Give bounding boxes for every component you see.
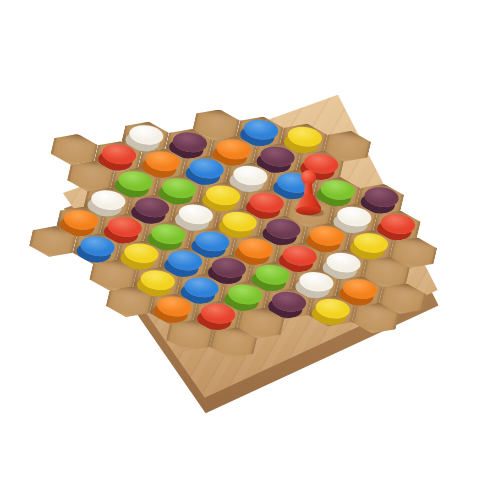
pawn-head xyxy=(301,170,316,185)
red-disc[interactable] xyxy=(378,211,416,236)
board-perspective-wrapper xyxy=(0,44,500,461)
purple-disc[interactable] xyxy=(362,185,400,210)
white-disc[interactable] xyxy=(127,122,165,147)
product-photo-stage xyxy=(0,0,500,500)
honeycomb-grid xyxy=(42,44,500,130)
pawn-base xyxy=(296,206,321,215)
red-pawn[interactable] xyxy=(293,170,323,216)
